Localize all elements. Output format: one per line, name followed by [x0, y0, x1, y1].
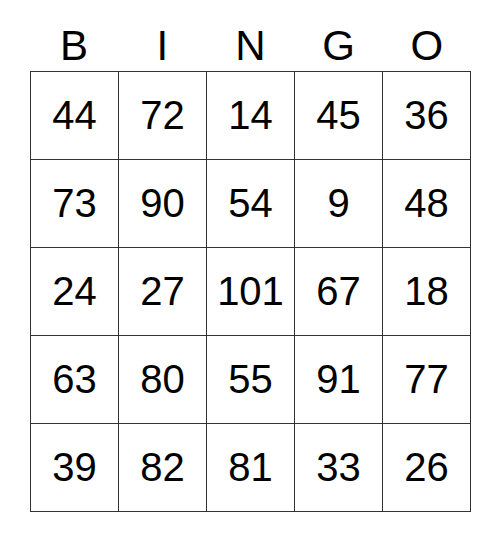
bingo-cell[interactable]: 36 [383, 72, 471, 160]
bingo-cell[interactable]: 24 [31, 248, 119, 336]
bingo-cell[interactable]: 27 [119, 248, 207, 336]
bingo-cell[interactable]: 39 [31, 424, 119, 512]
bingo-cell[interactable]: 82 [119, 424, 207, 512]
bingo-cell[interactable]: 9 [295, 160, 383, 248]
bingo-cell[interactable]: 67 [295, 248, 383, 336]
bingo-cell[interactable]: 91 [295, 336, 383, 424]
header-letter-g: G [295, 25, 383, 71]
bingo-cell[interactable]: 77 [383, 336, 471, 424]
bingo-cell[interactable]: 63 [31, 336, 119, 424]
bingo-grid: 44 72 14 45 36 73 90 54 9 48 24 27 101 6… [30, 71, 471, 512]
header-letter-o: O [383, 25, 471, 71]
bingo-header: B I N G O [30, 0, 471, 71]
bingo-cell[interactable]: 101 [207, 248, 295, 336]
bingo-page: B I N G O 44 72 14 45 36 73 90 54 9 48 2… [0, 0, 500, 544]
bingo-cell[interactable]: 73 [31, 160, 119, 248]
header-letter-b: B [30, 25, 118, 71]
bingo-cell[interactable]: 45 [295, 72, 383, 160]
bingo-cell[interactable]: 55 [207, 336, 295, 424]
bingo-cell[interactable]: 81 [207, 424, 295, 512]
bingo-cell[interactable]: 14 [207, 72, 295, 160]
bingo-cell[interactable]: 44 [31, 72, 119, 160]
header-letter-i: I [118, 25, 206, 71]
header-letter-n: N [206, 25, 294, 71]
bingo-cell[interactable]: 54 [207, 160, 295, 248]
bingo-cell[interactable]: 18 [383, 248, 471, 336]
bingo-cell[interactable]: 72 [119, 72, 207, 160]
bingo-card: B I N G O 44 72 14 45 36 73 90 54 9 48 2… [30, 0, 471, 512]
bingo-cell[interactable]: 26 [383, 424, 471, 512]
bingo-cell[interactable]: 90 [119, 160, 207, 248]
bingo-cell[interactable]: 80 [119, 336, 207, 424]
bingo-cell[interactable]: 48 [383, 160, 471, 248]
bingo-cell[interactable]: 33 [295, 424, 383, 512]
